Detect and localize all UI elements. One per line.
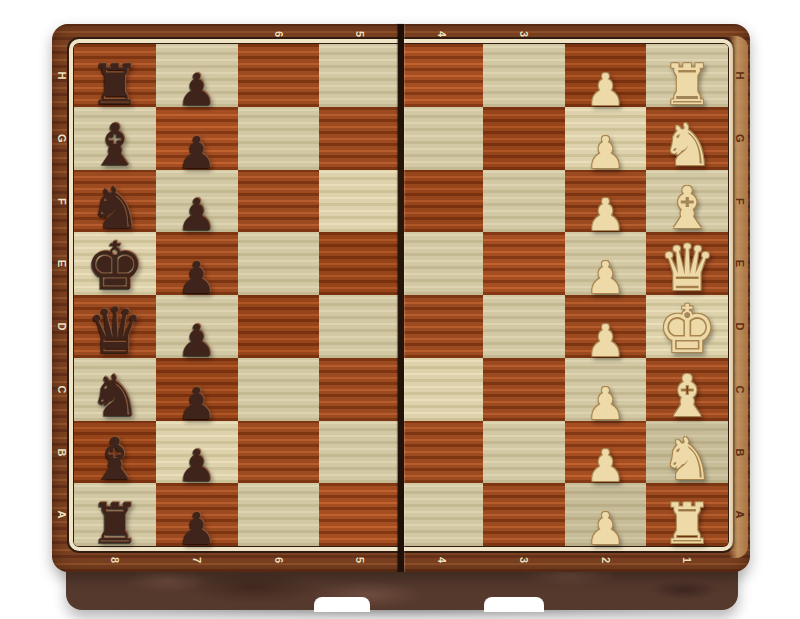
square-b5	[319, 421, 401, 484]
square-h6	[238, 44, 320, 107]
square-a6	[238, 483, 320, 546]
square-a2	[565, 483, 647, 546]
square-c8	[74, 358, 156, 421]
square-c7	[156, 358, 238, 421]
left-edge-file-labels: HGFEDCBA	[53, 44, 71, 546]
square-e6	[238, 232, 320, 295]
square-e4	[401, 232, 483, 295]
square-c6	[238, 358, 320, 421]
hinge-seam	[398, 24, 404, 572]
square-g4	[401, 107, 483, 170]
square-f2	[565, 170, 647, 233]
square-b3	[483, 421, 565, 484]
file-label-right: F	[709, 192, 772, 210]
file-label-right: G	[709, 129, 772, 147]
square-f7	[156, 170, 238, 233]
square-c3	[483, 358, 565, 421]
square-c4	[401, 358, 483, 421]
square-c2	[565, 358, 647, 421]
square-e2	[565, 232, 647, 295]
square-d6	[238, 295, 320, 358]
square-d7	[156, 295, 238, 358]
square-h5	[319, 44, 401, 107]
product-photo-scene: 6543 87654321 HGFEDCBA HGFEDCBA ♜♝♞♚♛♞♝♜…	[0, 0, 800, 619]
file-label-right: B	[709, 443, 772, 461]
square-f6	[238, 170, 320, 233]
square-c5	[319, 358, 401, 421]
square-e7	[156, 232, 238, 295]
square-a8	[74, 483, 156, 546]
square-d2	[565, 295, 647, 358]
file-label-right: H	[709, 66, 772, 84]
square-h8	[74, 44, 156, 107]
file-label-right: E	[709, 255, 772, 273]
square-h4	[401, 44, 483, 107]
square-h7	[156, 44, 238, 107]
square-a7	[156, 483, 238, 546]
square-b7	[156, 421, 238, 484]
square-f5	[319, 170, 401, 233]
square-e5	[319, 232, 401, 295]
square-a4	[401, 483, 483, 546]
square-a5	[319, 483, 401, 546]
right-edge-file-labels: HGFEDCBA	[731, 44, 749, 546]
file-label-right: C	[709, 380, 772, 398]
square-b8	[74, 421, 156, 484]
square-d5	[319, 295, 401, 358]
square-b2	[565, 421, 647, 484]
file-label-right: D	[709, 317, 772, 335]
chess-board: 6543 87654321 HGFEDCBA HGFEDCBA ♜♝♞♚♛♞♝♜…	[52, 24, 750, 572]
square-a3	[483, 483, 565, 546]
square-g6	[238, 107, 320, 170]
file-label-right: A	[709, 506, 772, 524]
square-f4	[401, 170, 483, 233]
square-g8	[74, 107, 156, 170]
square-f8	[74, 170, 156, 233]
square-d3	[483, 295, 565, 358]
square-b4	[401, 421, 483, 484]
square-e8	[74, 232, 156, 295]
square-g5	[319, 107, 401, 170]
square-h2	[565, 44, 647, 107]
square-g3	[483, 107, 565, 170]
square-e3	[483, 232, 565, 295]
square-d8	[74, 295, 156, 358]
square-g2	[565, 107, 647, 170]
square-b6	[238, 421, 320, 484]
square-g7	[156, 107, 238, 170]
square-h3	[483, 44, 565, 107]
square-f3	[483, 170, 565, 233]
square-d4	[401, 295, 483, 358]
